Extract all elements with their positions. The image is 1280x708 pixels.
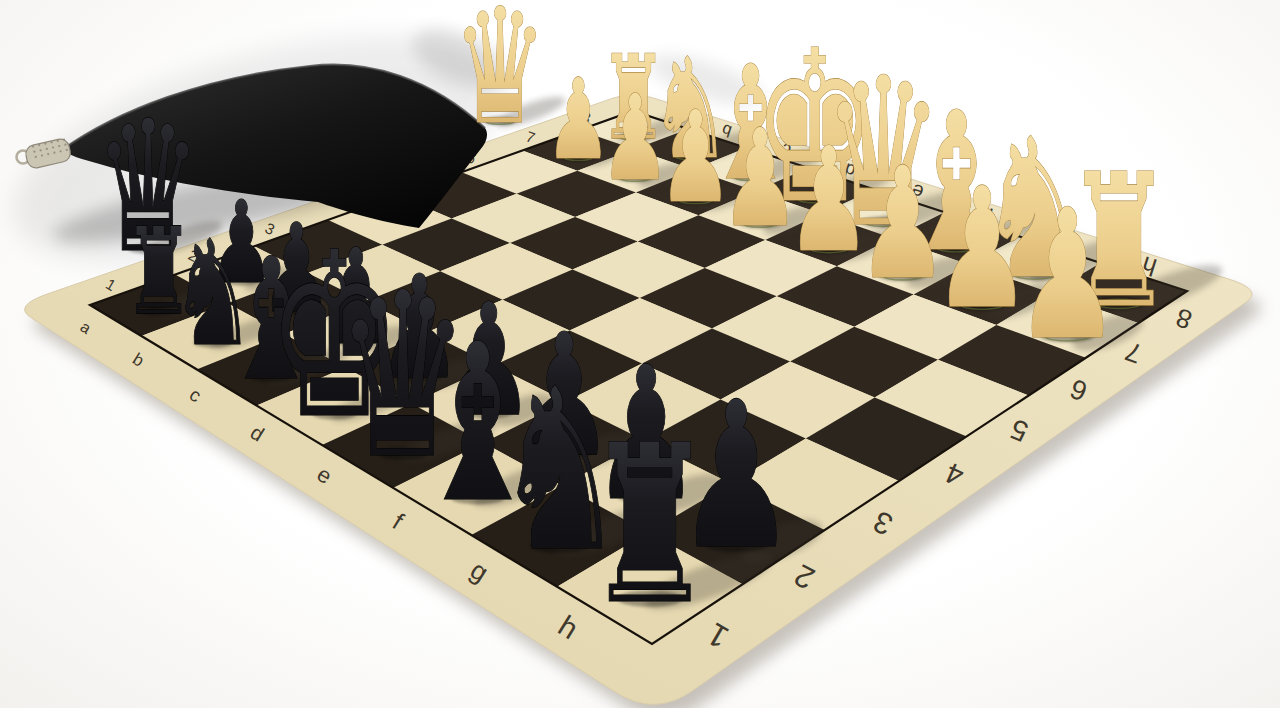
zipper-pull-texture-dot [60,150,62,152]
scene-canvas: aabbccddeeffgghh1122334455667788♛♜♞♟♝♟♚♟… [0,0,1280,708]
zipper-pull-texture-dot [58,145,60,147]
zipper-pull-texture-dot [51,141,53,143]
zipper-pull-texture-dot [38,144,40,146]
zipper-pull-texture-dot [44,143,46,145]
zipper-pull-texture-dot [32,145,34,147]
zipper-pull-texture-dot [46,148,48,150]
piece-glyph: ♛ [453,0,547,160]
piece-glyph: ♜ [585,398,714,653]
zipper-pull-texture-dot [47,153,49,155]
zipper-pull-texture-dot [53,152,55,154]
zipper-pull-texture-dot [63,138,65,140]
zipper-pull-texture-dot [64,144,66,146]
zipper-pull-texture-dot [57,140,59,142]
zipper-pull-texture-dot [52,146,54,148]
zipper-pull-texture-dot [66,149,68,151]
chess-set-product-photo: aabbccddeeffgghh1122334455667788♛♜♞♟♝♟♚♟… [0,0,1280,708]
zipper-pull-texture-dot [35,156,37,158]
zipper-pull-texture-dot [33,151,35,153]
zipper-pull-texture-dot [40,149,42,151]
zipper-pull-texture-dot [41,154,43,156]
piece-glyph: ♟ [1014,171,1120,380]
